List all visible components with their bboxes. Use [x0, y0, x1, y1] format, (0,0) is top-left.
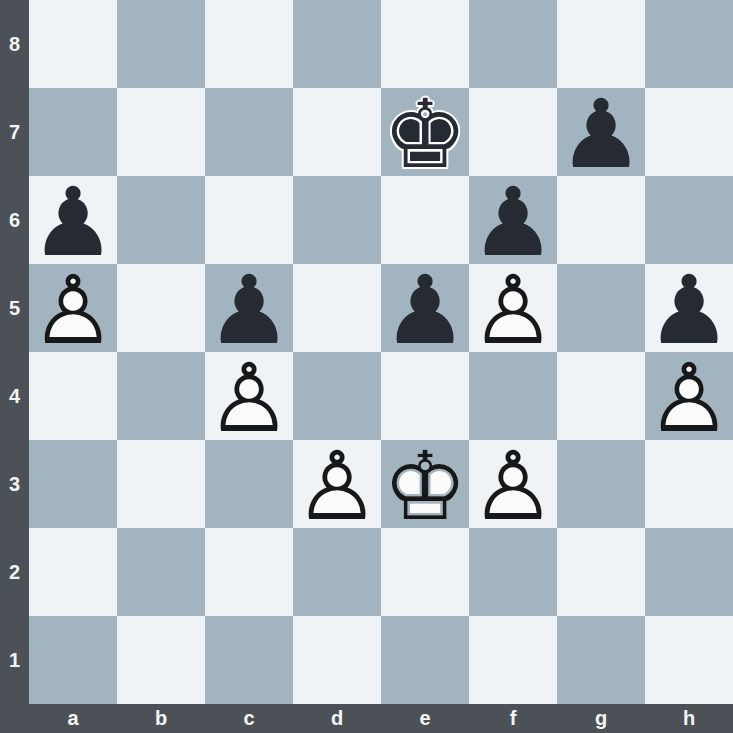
piece-glyph: ♟: [205, 354, 293, 442]
square-h3[interactable]: [645, 440, 733, 528]
square-g4[interactable]: [557, 352, 645, 440]
file-label-d: d: [293, 704, 381, 733]
white-pawn-c4[interactable]: ♟♙: [205, 352, 293, 440]
black-pawn-c5[interactable]: ♟: [205, 264, 293, 352]
square-e7[interactable]: ♚: [381, 88, 469, 176]
square-b5[interactable]: [117, 264, 205, 352]
piece-outline-glyph: ♔: [381, 442, 469, 530]
piece-glyph: ♟: [645, 266, 733, 354]
white-pawn-a5[interactable]: ♟♙: [29, 264, 117, 352]
piece-outline-glyph: ♙: [645, 354, 733, 442]
piece-glyph: ♟: [469, 266, 557, 354]
file-labels: abcdefgh: [29, 704, 733, 733]
rank-label-7: 7: [0, 88, 29, 176]
black-pawn-f6[interactable]: ♟: [469, 176, 557, 264]
square-f3[interactable]: ♟♙: [469, 440, 557, 528]
black-pawn-g7[interactable]: ♟: [557, 88, 645, 176]
piece-glyph: ♟: [29, 178, 117, 266]
rank-label-1: 1: [0, 616, 29, 704]
piece-outline-glyph: ♙: [205, 354, 293, 442]
square-d3[interactable]: ♟♙: [293, 440, 381, 528]
piece-glyph: ♟: [469, 442, 557, 530]
piece-outline-glyph: ♙: [469, 266, 557, 354]
square-d1[interactable]: [293, 616, 381, 704]
square-e1[interactable]: [381, 616, 469, 704]
square-g8[interactable]: [557, 0, 645, 88]
piece-glyph: ♟: [645, 354, 733, 442]
square-c1[interactable]: [205, 616, 293, 704]
square-c4[interactable]: ♟♙: [205, 352, 293, 440]
piece-glyph: ♟: [557, 90, 645, 178]
black-pawn-h5[interactable]: ♟: [645, 264, 733, 352]
square-d8[interactable]: [293, 0, 381, 88]
white-pawn-f5[interactable]: ♟♙: [469, 264, 557, 352]
square-g1[interactable]: [557, 616, 645, 704]
square-g7[interactable]: ♟: [557, 88, 645, 176]
square-g2[interactable]: [557, 528, 645, 616]
piece-glyph: ♟: [381, 266, 469, 354]
square-g5[interactable]: [557, 264, 645, 352]
square-e4[interactable]: [381, 352, 469, 440]
square-e3[interactable]: ♚♔: [381, 440, 469, 528]
rank-label-4: 4: [0, 352, 29, 440]
square-d4[interactable]: [293, 352, 381, 440]
square-e8[interactable]: [381, 0, 469, 88]
square-h1[interactable]: [645, 616, 733, 704]
square-a8[interactable]: [29, 0, 117, 88]
white-pawn-f3[interactable]: ♟♙: [469, 440, 557, 528]
square-b7[interactable]: [117, 88, 205, 176]
square-a6[interactable]: ♟: [29, 176, 117, 264]
square-d6[interactable]: [293, 176, 381, 264]
piece-outline-glyph: ♙: [293, 442, 381, 530]
square-g6[interactable]: [557, 176, 645, 264]
file-label-g: g: [557, 704, 645, 733]
square-f8[interactable]: [469, 0, 557, 88]
square-b1[interactable]: [117, 616, 205, 704]
square-a3[interactable]: [29, 440, 117, 528]
file-label-c: c: [205, 704, 293, 733]
piece-glyph: ♚: [381, 90, 469, 178]
black-king-e7[interactable]: ♚: [381, 88, 469, 176]
square-f4[interactable]: [469, 352, 557, 440]
square-h2[interactable]: [645, 528, 733, 616]
square-h5[interactable]: ♟: [645, 264, 733, 352]
square-a1[interactable]: [29, 616, 117, 704]
square-h4[interactable]: ♟♙: [645, 352, 733, 440]
square-c7[interactable]: [205, 88, 293, 176]
square-b6[interactable]: [117, 176, 205, 264]
square-d2[interactable]: [293, 528, 381, 616]
square-a7[interactable]: [29, 88, 117, 176]
square-c3[interactable]: [205, 440, 293, 528]
file-label-e: e: [381, 704, 469, 733]
square-a4[interactable]: [29, 352, 117, 440]
rank-label-5: 5: [0, 264, 29, 352]
square-h7[interactable]: [645, 88, 733, 176]
file-label-a: a: [29, 704, 117, 733]
file-label-f: f: [469, 704, 557, 733]
white-pawn-d3[interactable]: ♟♙: [293, 440, 381, 528]
rank-label-3: 3: [0, 440, 29, 528]
file-label-b: b: [117, 704, 205, 733]
square-f6[interactable]: ♟: [469, 176, 557, 264]
rank-label-8: 8: [0, 0, 29, 88]
square-d5[interactable]: [293, 264, 381, 352]
rank-label-2: 2: [0, 528, 29, 616]
rank-labels: 87654321: [0, 0, 29, 704]
square-c2[interactable]: [205, 528, 293, 616]
square-b4[interactable]: [117, 352, 205, 440]
square-b8[interactable]: [117, 0, 205, 88]
piece-glyph: ♟: [469, 178, 557, 266]
piece-glyph: ♟: [29, 266, 117, 354]
square-b2[interactable]: [117, 528, 205, 616]
square-h8[interactable]: [645, 0, 733, 88]
square-f7[interactable]: [469, 88, 557, 176]
white-king-e3[interactable]: ♚♔: [381, 440, 469, 528]
file-label-h: h: [645, 704, 733, 733]
piece-outline-glyph: ♙: [469, 442, 557, 530]
piece-glyph: ♚: [381, 442, 469, 530]
square-e6[interactable]: [381, 176, 469, 264]
square-d7[interactable]: [293, 88, 381, 176]
square-f5[interactable]: ♟♙: [469, 264, 557, 352]
piece-glyph: ♟: [205, 266, 293, 354]
rank-label-6: 6: [0, 176, 29, 264]
square-c8[interactable]: [205, 0, 293, 88]
square-c5[interactable]: ♟: [205, 264, 293, 352]
square-f2[interactable]: [469, 528, 557, 616]
piece-glyph: ♟: [293, 442, 381, 530]
square-h6[interactable]: [645, 176, 733, 264]
black-pawn-a6[interactable]: ♟: [29, 176, 117, 264]
piece-outline-glyph: ♙: [29, 266, 117, 354]
white-pawn-h4[interactable]: ♟♙: [645, 352, 733, 440]
square-e5[interactable]: ♟: [381, 264, 469, 352]
square-a2[interactable]: [29, 528, 117, 616]
black-pawn-e5[interactable]: ♟: [381, 264, 469, 352]
square-f1[interactable]: [469, 616, 557, 704]
square-c6[interactable]: [205, 176, 293, 264]
square-b3[interactable]: [117, 440, 205, 528]
square-a5[interactable]: ♟♙: [29, 264, 117, 352]
board-grid: ♚♟♟♟♟♙♟♟♟♙♟♟♙♟♙♟♙♚♔♟♙: [29, 0, 733, 704]
square-e2[interactable]: [381, 528, 469, 616]
square-g3[interactable]: [557, 440, 645, 528]
chessboard: 87654321 abcdefgh ♚♟♟♟♟♙♟♟♟♙♟♟♙♟♙♟♙♚♔♟♙: [0, 0, 733, 733]
